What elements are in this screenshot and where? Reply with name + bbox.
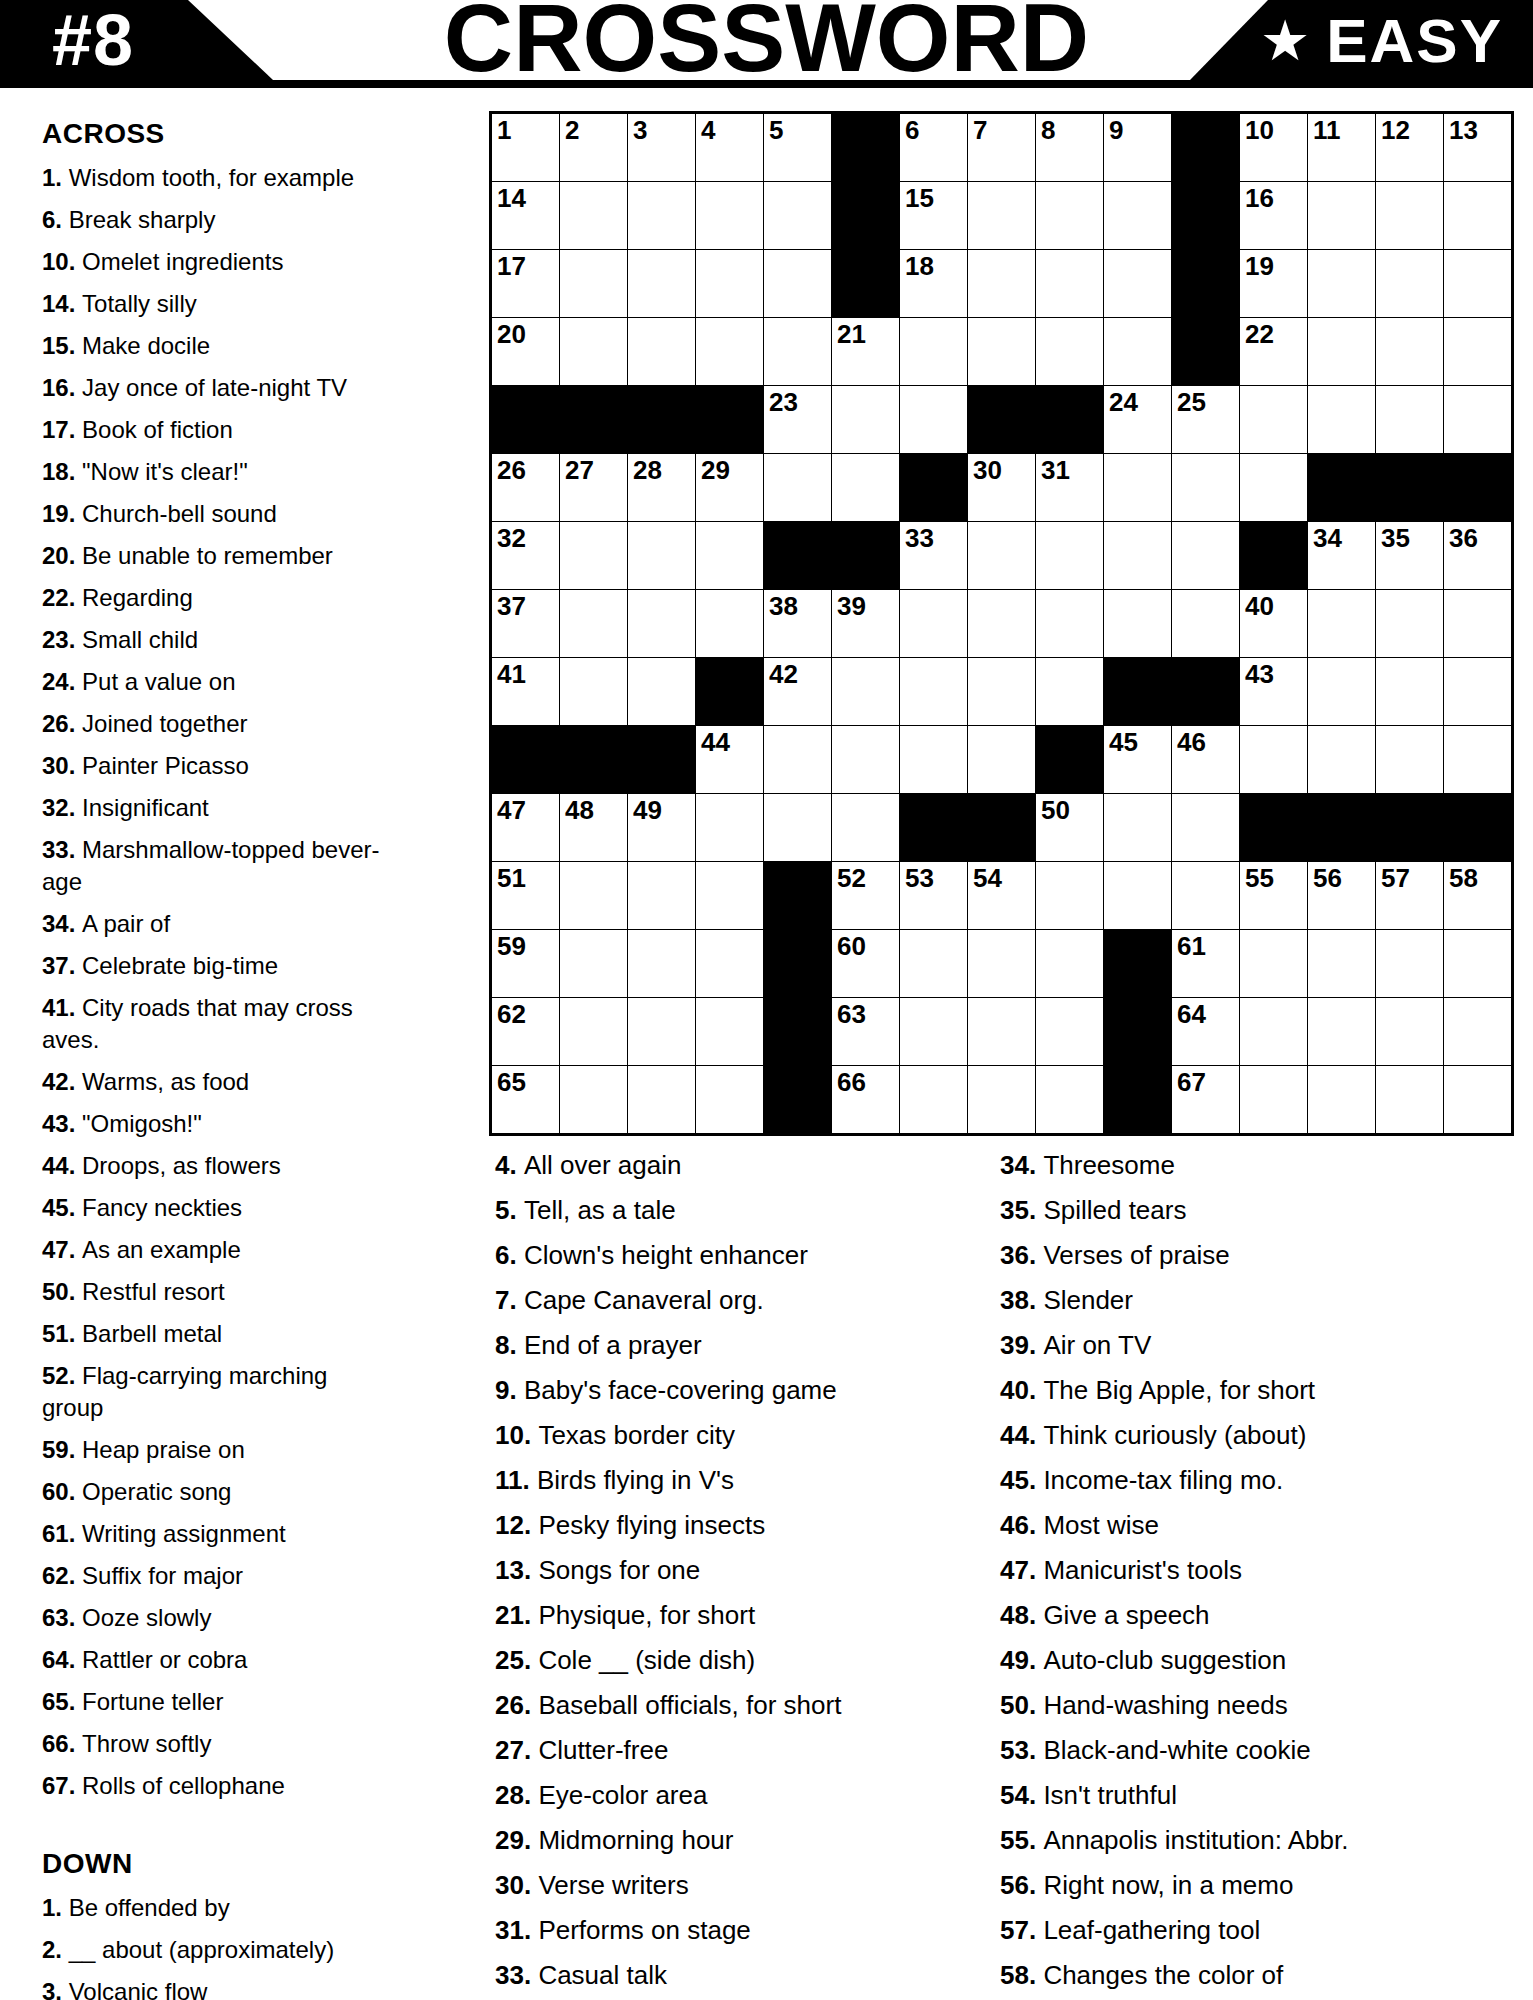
clue-7: 7. Cape Canaveral org. [495, 1283, 987, 1317]
grid-cell-r15c13[interactable] [1308, 1066, 1375, 1133]
grid-cell-r12c14[interactable]: 57 [1376, 862, 1443, 929]
grid-cell-r7c10[interactable] [1104, 522, 1171, 589]
grid-cell-r13c2[interactable] [560, 930, 627, 997]
grid-cell-r7c13[interactable]: 34 [1308, 522, 1375, 589]
black-cell-r6c13 [1308, 454, 1375, 521]
grid-cell-r5c13[interactable] [1308, 386, 1375, 453]
grid-cell-r1c1[interactable]: 1 [492, 114, 559, 181]
clue-8: 8. End of a prayer [495, 1328, 987, 1362]
cell-number-19: 19 [1245, 251, 1274, 281]
grid-cell-r15c14[interactable] [1376, 1066, 1443, 1133]
grid-cell-r8c7[interactable] [900, 590, 967, 657]
clue-5: 5. Tell, as a tale [495, 1193, 987, 1227]
grid-cell-r3c15[interactable] [1444, 250, 1511, 317]
grid-cell-r15c6[interactable]: 66 [832, 1066, 899, 1133]
grid-cell-r7c15[interactable]: 36 [1444, 522, 1511, 589]
cell-number-62: 62 [497, 999, 526, 1029]
grid-cell-r15c4[interactable] [696, 1066, 763, 1133]
grid-cell-r12c1[interactable]: 51 [492, 862, 559, 929]
grid-cell-r15c7[interactable] [900, 1066, 967, 1133]
black-cell-r15c5 [764, 1066, 831, 1133]
grid-cell-r2c10[interactable] [1104, 182, 1171, 249]
grid-cell-r8c11[interactable] [1172, 590, 1239, 657]
grid-cell-r6c11[interactable] [1172, 454, 1239, 521]
grid-cell-r8c13[interactable] [1308, 590, 1375, 657]
grid-cell-r15c9[interactable] [1036, 1066, 1103, 1133]
black-cell-r5c4 [696, 386, 763, 453]
grid-cell-r1c4[interactable]: 4 [696, 114, 763, 181]
cell-number-14: 14 [497, 183, 526, 213]
clue-19: 19. Church-bell sound [42, 498, 494, 530]
clue-1: 1. Wisdom tooth, for example [42, 162, 494, 194]
grid-cell-r1c2[interactable]: 2 [560, 114, 627, 181]
black-cell-r5c9 [1036, 386, 1103, 453]
grid-cell-r6c10[interactable] [1104, 454, 1171, 521]
grid-cell-r1c15[interactable]: 13 [1444, 114, 1511, 181]
clue-62: 62. Suffix for major [42, 1560, 494, 1592]
cell-number-64: 64 [1177, 999, 1206, 1029]
grid-cell-r12c3[interactable] [628, 862, 695, 929]
black-cell-r9c10 [1104, 658, 1171, 725]
grid-cell-r9c3[interactable] [628, 658, 695, 725]
cell-number-9: 9 [1109, 115, 1123, 145]
cell-number-22: 22 [1245, 319, 1274, 349]
grid-cell-r11c5[interactable] [764, 794, 831, 861]
grid-cell-r12c11[interactable] [1172, 862, 1239, 929]
grid-cell-r14c6[interactable]: 63 [832, 998, 899, 1065]
grid-cell-r10c8[interactable] [968, 726, 1035, 793]
grid-cell-r2c2[interactable] [560, 182, 627, 249]
cell-number-4: 4 [701, 115, 715, 145]
black-cell-r5c3 [628, 386, 695, 453]
grid-cell-r13c4[interactable] [696, 930, 763, 997]
cell-number-41: 41 [497, 659, 526, 689]
grid-cell-r6c3[interactable]: 28 [628, 454, 695, 521]
cell-number-29: 29 [701, 455, 730, 485]
grid-cell-r14c4[interactable] [696, 998, 763, 1065]
grid-cell-r4c3[interactable] [628, 318, 695, 385]
grid-cell-r9c7[interactable] [900, 658, 967, 725]
grid-cell-r3c12[interactable]: 19 [1240, 250, 1307, 317]
black-cell-r2c6 [832, 182, 899, 249]
clue-6: 6. Break sharply [42, 204, 494, 236]
clue-16: 16. Jay once of late-night TV [42, 372, 494, 404]
black-cell-r5c8 [968, 386, 1035, 453]
cell-number-42: 42 [769, 659, 798, 689]
grid-cell-r2c9[interactable] [1036, 182, 1103, 249]
grid-cell-r3c4[interactable] [696, 250, 763, 317]
cell-number-44: 44 [701, 727, 730, 757]
clue-55: 55. Annapolis institution: Abbr. [1000, 1823, 1528, 1857]
black-cell-r11c7 [900, 794, 967, 861]
clue-29: 29. Midmorning hour [495, 1823, 987, 1857]
grid-cell-r14c14[interactable] [1376, 998, 1443, 1065]
grid-cell-r15c11[interactable]: 67 [1172, 1066, 1239, 1133]
cell-number-58: 58 [1449, 863, 1478, 893]
grid-cell-r3c9[interactable] [1036, 250, 1103, 317]
grid-cell-r11c3[interactable]: 49 [628, 794, 695, 861]
clue-50: 50. Restful resort [42, 1276, 494, 1308]
grid-cell-r7c11[interactable] [1172, 522, 1239, 589]
grid-cell-r8c9[interactable] [1036, 590, 1103, 657]
grid-cell-r10c12[interactable] [1240, 726, 1307, 793]
grid-cell-r12c7[interactable]: 53 [900, 862, 967, 929]
cell-number-51: 51 [497, 863, 526, 893]
grid-cell-r9c6[interactable] [832, 658, 899, 725]
clues-column-right: 34. Threesome35. Spilled tears36. Verses… [1000, 1148, 1528, 2000]
cell-number-5: 5 [769, 115, 783, 145]
grid-cell-r4c14[interactable] [1376, 318, 1443, 385]
grid-cell-r1c3[interactable]: 3 [628, 114, 695, 181]
grid-cell-r13c3[interactable] [628, 930, 695, 997]
grid-cell-r10c11[interactable]: 46 [1172, 726, 1239, 793]
clue-20: 20. Be unable to remember [42, 540, 494, 572]
black-cell-r11c12 [1240, 794, 1307, 861]
clue-43: 43. "Omigosh!" [42, 1108, 494, 1140]
grid-cell-r11c2[interactable]: 48 [560, 794, 627, 861]
grid-cell-r8c3[interactable] [628, 590, 695, 657]
grid-cell-r14c9[interactable] [1036, 998, 1103, 1065]
header-bar: #8 CROSSWORD ★ EASY [0, 0, 1533, 88]
grid-cell-r11c11[interactable] [1172, 794, 1239, 861]
grid-cell-r12c13[interactable]: 56 [1308, 862, 1375, 929]
grid-cell-r11c9[interactable]: 50 [1036, 794, 1103, 861]
grid-cell-r7c7[interactable]: 33 [900, 522, 967, 589]
grid-cell-r12c10[interactable] [1104, 862, 1171, 929]
grid-cell-r1c10[interactable]: 9 [1104, 114, 1171, 181]
grid-cell-r7c2[interactable] [560, 522, 627, 589]
grid-cell-r11c6[interactable] [832, 794, 899, 861]
grid-cell-r2c12[interactable]: 16 [1240, 182, 1307, 249]
clue-35: 35. Spilled tears [1000, 1193, 1528, 1227]
clue-50: 50. Hand-washing needs [1000, 1688, 1528, 1722]
cell-number-33: 33 [905, 523, 934, 553]
grid-cell-r9c8[interactable] [968, 658, 1035, 725]
black-cell-r5c2 [560, 386, 627, 453]
grid-cell-r12c2[interactable] [560, 862, 627, 929]
grid-cell-r5c10[interactable]: 24 [1104, 386, 1171, 453]
grid-cell-r4c9[interactable] [1036, 318, 1103, 385]
black-cell-r7c6 [832, 522, 899, 589]
grid-cell-r9c9[interactable] [1036, 658, 1103, 725]
grid-cell-r13c1[interactable]: 59 [492, 930, 559, 997]
grid-cell-r9c14[interactable] [1376, 658, 1443, 725]
grid-cell-r2c13[interactable] [1308, 182, 1375, 249]
grid-cell-r4c6[interactable]: 21 [832, 318, 899, 385]
grid-cell-r3c5[interactable] [764, 250, 831, 317]
grid-cell-r9c12[interactable]: 43 [1240, 658, 1307, 725]
grid-cell-r6c1[interactable]: 26 [492, 454, 559, 521]
grid-cell-r7c8[interactable] [968, 522, 1035, 589]
grid-cell-r13c11[interactable]: 61 [1172, 930, 1239, 997]
cell-number-20: 20 [497, 319, 526, 349]
grid-cell-r7c1[interactable]: 32 [492, 522, 559, 589]
crossword-page: { "game": "crossword", "header": { "badg… [0, 0, 1533, 2000]
grid-cell-r4c1[interactable]: 20 [492, 318, 559, 385]
black-cell-r1c6 [832, 114, 899, 181]
cell-number-32: 32 [497, 523, 526, 553]
clue-6: 6. Clown's height enhancer [495, 1238, 987, 1272]
grid-cell-r8c8[interactable] [968, 590, 1035, 657]
grid-cell-r12c6[interactable]: 52 [832, 862, 899, 929]
difficulty-badge: ★ EASY [1260, 5, 1503, 76]
down-clue-list-3: 34. Threesome35. Spilled tears36. Verses… [1000, 1148, 1528, 1992]
grid-cell-r12c8[interactable]: 54 [968, 862, 1035, 929]
grid-cell-r3c10[interactable] [1104, 250, 1171, 317]
grid-cell-r15c8[interactable] [968, 1066, 1035, 1133]
grid-cell-r6c2[interactable]: 27 [560, 454, 627, 521]
grid-cell-r3c14[interactable] [1376, 250, 1443, 317]
grid-cell-r7c4[interactable] [696, 522, 763, 589]
cell-number-49: 49 [633, 795, 662, 825]
clue-65: 65. Fortune teller [42, 1686, 494, 1718]
grid-cell-r1c12[interactable]: 10 [1240, 114, 1307, 181]
grid-cell-r8c5[interactable]: 38 [764, 590, 831, 657]
cell-number-3: 3 [633, 115, 647, 145]
grid-cell-r8c2[interactable] [560, 590, 627, 657]
grid-cell-r11c10[interactable] [1104, 794, 1171, 861]
grid-cell-r3c3[interactable] [628, 250, 695, 317]
grid-cell-r11c1[interactable]: 47 [492, 794, 559, 861]
cell-number-52: 52 [837, 863, 866, 893]
black-cell-r11c13 [1308, 794, 1375, 861]
grid-cell-r1c9[interactable]: 8 [1036, 114, 1103, 181]
cell-number-56: 56 [1313, 863, 1342, 893]
grid-cell-r14c15[interactable] [1444, 998, 1511, 1065]
grid-cell-r14c8[interactable] [968, 998, 1035, 1065]
clue-56: 56. Right now, in a memo [1000, 1868, 1528, 1902]
grid-cell-r14c13[interactable] [1308, 998, 1375, 1065]
grid-cell-r5c12[interactable] [1240, 386, 1307, 453]
cell-number-57: 57 [1381, 863, 1410, 893]
clue-67: 67. Rolls of cellophane [42, 1770, 494, 1802]
grid-cell-r15c2[interactable] [560, 1066, 627, 1133]
black-cell-r11c14 [1376, 794, 1443, 861]
grid-cell-r9c1[interactable]: 41 [492, 658, 559, 725]
grid-cell-r9c2[interactable] [560, 658, 627, 725]
grid-cell-r2c4[interactable] [696, 182, 763, 249]
clue-26: 26. Baseball officials, for short [495, 1688, 987, 1722]
down-header: DOWN [42, 1848, 494, 1880]
grid-cell-r14c7[interactable] [900, 998, 967, 1065]
grid-cell-r13c8[interactable] [968, 930, 1035, 997]
grid-cell-r8c12[interactable]: 40 [1240, 590, 1307, 657]
cell-number-46: 46 [1177, 727, 1206, 757]
grid-cell-r6c4[interactable]: 29 [696, 454, 763, 521]
clue-60: 60. Operatic song [42, 1476, 494, 1508]
cell-number-21: 21 [837, 319, 866, 349]
grid-cell-r6c6[interactable] [832, 454, 899, 521]
cell-number-60: 60 [837, 931, 866, 961]
clue-3: 3. Volcanic flow [42, 1976, 494, 2000]
grid-cell-r14c1[interactable]: 62 [492, 998, 559, 1065]
grid-cell-r4c5[interactable] [764, 318, 831, 385]
grid-cell-r14c3[interactable] [628, 998, 695, 1065]
grid-cell-r2c1[interactable]: 14 [492, 182, 559, 249]
grid-cell-r8c6[interactable]: 39 [832, 590, 899, 657]
grid-cell-r2c3[interactable] [628, 182, 695, 249]
clue-36: 36. Verses of praise [1000, 1238, 1528, 1272]
grid-cell-r4c13[interactable] [1308, 318, 1375, 385]
grid-cell-r3c8[interactable] [968, 250, 1035, 317]
grid-cell-r8c1[interactable]: 37 [492, 590, 559, 657]
cell-number-43: 43 [1245, 659, 1274, 689]
grid-cell-r2c7[interactable]: 15 [900, 182, 967, 249]
cell-number-34: 34 [1313, 523, 1342, 553]
cell-number-65: 65 [497, 1067, 526, 1097]
clue-63: 63. Ooze slowly [42, 1602, 494, 1634]
grid-cell-r15c3[interactable] [628, 1066, 695, 1133]
grid-cell-r7c3[interactable] [628, 522, 695, 589]
black-cell-r13c10 [1104, 930, 1171, 997]
clue-9: 9. Baby's face-covering game [495, 1373, 987, 1407]
grid-cell-r13c15[interactable] [1444, 930, 1511, 997]
grid-cell-r4c15[interactable] [1444, 318, 1511, 385]
grid-cell-r10c6[interactable] [832, 726, 899, 793]
grid-cell-r5c11[interactable]: 25 [1172, 386, 1239, 453]
grid-cell-r8c4[interactable] [696, 590, 763, 657]
cell-number-59: 59 [497, 931, 526, 961]
grid-cell-r11c4[interactable] [696, 794, 763, 861]
clue-27: 27. Clutter-free [495, 1733, 987, 1767]
grid-cell-r5c7[interactable] [900, 386, 967, 453]
grid-cell-r10c10[interactable]: 45 [1104, 726, 1171, 793]
black-cell-r4c11 [1172, 318, 1239, 385]
cell-number-53: 53 [905, 863, 934, 893]
grid-cell-r15c1[interactable]: 65 [492, 1066, 559, 1133]
across-clue-list: 1. Wisdom tooth, for example6. Break sha… [42, 162, 494, 1802]
difficulty-label: EASY [1326, 5, 1503, 76]
black-cell-r3c11 [1172, 250, 1239, 317]
clue-32: 32. Insignificant [42, 792, 494, 824]
cell-number-23: 23 [769, 387, 798, 417]
cell-number-50: 50 [1041, 795, 1070, 825]
clue-30: 30. Painter Picasso [42, 750, 494, 782]
grid-cell-r2c5[interactable] [764, 182, 831, 249]
grid-cell-r13c9[interactable] [1036, 930, 1103, 997]
clues-column-left: ACROSS 1. Wisdom tooth, for example6. Br… [42, 118, 494, 2000]
clue-44: 44. Think curiously (about) [1000, 1418, 1528, 1452]
grid-cell-r10c14[interactable] [1376, 726, 1443, 793]
clue-52: 52. Flag-carrying marching group [42, 1360, 494, 1424]
grid-cell-r13c7[interactable] [900, 930, 967, 997]
grid-cell-r3c7[interactable]: 18 [900, 250, 967, 317]
clue-45: 45. Income-tax filing mo. [1000, 1463, 1528, 1497]
cell-number-48: 48 [565, 795, 594, 825]
grid-cell-r14c11[interactable]: 64 [1172, 998, 1239, 1065]
grid-cell-r5c6[interactable] [832, 386, 899, 453]
grid-cell-r5c14[interactable] [1376, 386, 1443, 453]
down-clue-list-1: 1. Be offended by2. __ about (approximat… [42, 1892, 494, 2000]
grid-cell-r9c5[interactable]: 42 [764, 658, 831, 725]
grid-cell-r10c5[interactable] [764, 726, 831, 793]
grid-cell-r10c4[interactable]: 44 [696, 726, 763, 793]
grid-cell-r8c15[interactable] [1444, 590, 1511, 657]
grid-cell-r12c4[interactable] [696, 862, 763, 929]
grid-cell-r14c2[interactable] [560, 998, 627, 1065]
grid-cell-r7c9[interactable] [1036, 522, 1103, 589]
cell-number-28: 28 [633, 455, 662, 485]
grid-cell-r4c10[interactable] [1104, 318, 1171, 385]
clue-4: 4. All over again [495, 1148, 987, 1182]
grid-cell-r6c8[interactable]: 30 [968, 454, 1035, 521]
grid-cell-r6c9[interactable]: 31 [1036, 454, 1103, 521]
grid-cell-r7c14[interactable]: 35 [1376, 522, 1443, 589]
grid-cell-r15c15[interactable] [1444, 1066, 1511, 1133]
grid-cell-r4c8[interactable] [968, 318, 1035, 385]
grid-cell-r8c14[interactable] [1376, 590, 1443, 657]
grid-cell-r3c2[interactable] [560, 250, 627, 317]
clue-41: 41. City roads that may cross aves. [42, 992, 494, 1056]
grid-cell-r12c15[interactable]: 58 [1444, 862, 1511, 929]
grid-cell-r6c12[interactable] [1240, 454, 1307, 521]
grid-cell-r4c4[interactable] [696, 318, 763, 385]
grid-cell-r5c15[interactable] [1444, 386, 1511, 453]
grid-cell-r1c7[interactable]: 6 [900, 114, 967, 181]
clue-33: 33. Casual talk [495, 1958, 987, 1992]
grid-cell-r1c8[interactable]: 7 [968, 114, 1035, 181]
grid-cell-r6c5[interactable] [764, 454, 831, 521]
clue-10: 10. Omelet ingredients [42, 246, 494, 278]
clue-46: 46. Most wise [1000, 1508, 1528, 1542]
clue-18: 18. "Now it's clear!" [42, 456, 494, 488]
clue-49: 49. Auto-club suggestion [1000, 1643, 1528, 1677]
grid-cell-r9c13[interactable] [1308, 658, 1375, 725]
grid-cell-r5c5[interactable]: 23 [764, 386, 831, 453]
grid-cell-r13c12[interactable] [1240, 930, 1307, 997]
grid-cell-r10c15[interactable] [1444, 726, 1511, 793]
grid-cell-r2c15[interactable] [1444, 182, 1511, 249]
cell-number-61: 61 [1177, 931, 1206, 961]
grid-cell-r4c7[interactable] [900, 318, 967, 385]
grid-cell-r14c12[interactable] [1240, 998, 1307, 1065]
grid-cell-r1c5[interactable]: 5 [764, 114, 831, 181]
clue-40: 40. The Big Apple, for short [1000, 1373, 1528, 1407]
grid-cell-r2c14[interactable] [1376, 182, 1443, 249]
grid-cell-r1c13[interactable]: 11 [1308, 114, 1375, 181]
cell-number-45: 45 [1109, 727, 1138, 757]
grid-cell-r13c13[interactable] [1308, 930, 1375, 997]
grid-cell-r3c13[interactable] [1308, 250, 1375, 317]
grid-cell-r10c13[interactable] [1308, 726, 1375, 793]
grid-cell-r12c12[interactable]: 55 [1240, 862, 1307, 929]
grid-cell-r4c2[interactable] [560, 318, 627, 385]
across-header: ACROSS [42, 118, 494, 150]
clue-37: 37. Celebrate big-time [42, 950, 494, 982]
grid-cell-r9c15[interactable] [1444, 658, 1511, 725]
clue-66: 66. Throw softly [42, 1728, 494, 1760]
clue-28: 28. Eye-color area [495, 1778, 987, 1812]
grid-cell-r1c14[interactable]: 12 [1376, 114, 1443, 181]
cell-number-13: 13 [1449, 115, 1478, 145]
cell-number-54: 54 [973, 863, 1002, 893]
grid-cell-r10c7[interactable] [900, 726, 967, 793]
cell-number-6: 6 [905, 115, 919, 145]
cell-number-55: 55 [1245, 863, 1274, 893]
grid-cell-r3c1[interactable]: 17 [492, 250, 559, 317]
clue-30: 30. Verse writers [495, 1868, 987, 1902]
clue-2: 2. __ about (approximately) [42, 1934, 494, 1966]
grid-cell-r15c12[interactable] [1240, 1066, 1307, 1133]
grid-cell-r12c9[interactable] [1036, 862, 1103, 929]
grid-cell-r8c10[interactable] [1104, 590, 1171, 657]
cell-number-35: 35 [1381, 523, 1410, 553]
grid-cell-r13c6[interactable]: 60 [832, 930, 899, 997]
grid-cell-r13c14[interactable] [1376, 930, 1443, 997]
black-cell-r11c8 [968, 794, 1035, 861]
grid-cell-r4c12[interactable]: 22 [1240, 318, 1307, 385]
grid-cell-r2c8[interactable] [968, 182, 1035, 249]
